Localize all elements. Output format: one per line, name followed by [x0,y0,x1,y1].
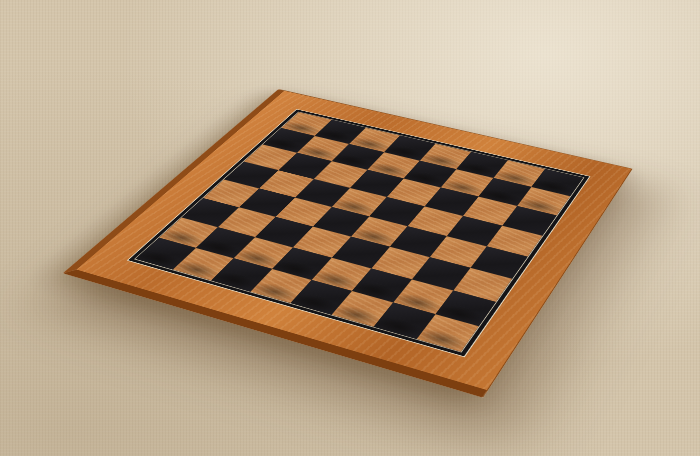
chess-board: ♜♞♝♛♚♝♞♜♟♟♟♟♟♟♟♟♛♝♟♟♟♟♟♟♟♟♜♞♝♛♚♝♞♜ [63,89,633,398]
board-frame: ♜♞♝♛♚♝♞♜♟♟♟♟♟♟♟♟♛♝♟♟♟♟♟♟♟♟♜♞♝♛♚♝♞♜ [63,89,633,398]
square-a5 [224,162,279,189]
board-grid: ♜♞♝♛♚♝♞♜♟♟♟♟♟♟♟♟♛♝♟♟♟♟♟♟♟♟♜♞♝♛♚♝♞♜ [135,112,583,351]
photo-background: ♜♞♝♛♚♝♞♜♟♟♟♟♟♟♟♟♛♝♟♟♟♟♟♟♟♟♜♞♝♛♚♝♞♜ [0,0,700,456]
board-border-pinstripe: ♜♞♝♛♚♝♞♜♟♟♟♟♟♟♟♟♛♝♟♟♟♟♟♟♟♟♜♞♝♛♚♝♞♜ [127,109,591,357]
